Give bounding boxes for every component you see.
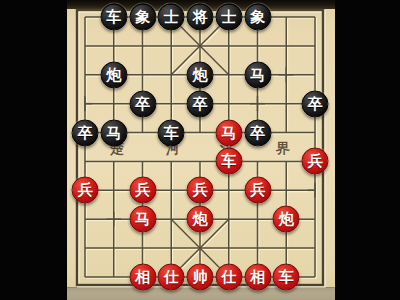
piece-black-cannon[interactable]: 炮 [100,61,127,88]
piece-red-cannon[interactable]: 炮 [273,206,300,233]
piece-black-chariot[interactable]: 车 [158,119,185,146]
piece-red-elephant[interactable]: 相 [129,263,156,290]
piece-black-horse[interactable]: 马 [100,119,127,146]
piece-red-soldier[interactable]: 兵 [302,148,329,175]
piece-red-chariot[interactable]: 车 [215,148,242,175]
piece-black-cannon[interactable]: 炮 [187,61,214,88]
piece-red-soldier[interactable]: 兵 [72,177,99,204]
piece-red-advisor[interactable]: 仕 [215,263,242,290]
piece-black-advisor[interactable]: 士 [215,4,242,31]
piece-red-general[interactable]: 帅 [187,263,214,290]
piece-black-soldier[interactable]: 卒 [187,90,214,117]
piece-black-chariot[interactable]: 车 [100,4,127,31]
piece-black-soldier[interactable]: 卒 [302,90,329,117]
piece-black-elephant[interactable]: 象 [244,4,271,31]
piece-black-general[interactable]: 将 [187,4,214,31]
piece-red-advisor[interactable]: 仕 [158,263,185,290]
screenshot-stage: 楚 河 汉 界 车象士将士象炮炮马卒卒卒卒马车马卒车兵兵兵兵兵马炮炮相仕帅仕相车 [0,0,400,300]
xiangqi-board: 楚 河 汉 界 车象士将士象炮炮马卒卒卒卒马车马卒车兵兵兵兵兵马炮炮相仕帅仕相车 [67,0,335,300]
piece-black-soldier[interactable]: 卒 [72,119,99,146]
piece-red-chariot[interactable]: 车 [273,263,300,290]
letterbox-right [335,0,400,300]
piece-red-soldier[interactable]: 兵 [187,177,214,204]
piece-red-horse[interactable]: 马 [215,119,242,146]
piece-red-elephant[interactable]: 相 [244,263,271,290]
letterbox-left [0,0,67,300]
pieces-layer: 车象士将士象炮炮马卒卒卒卒马车马卒车兵兵兵兵兵马炮炮相仕帅仕相车 [67,0,335,300]
piece-black-soldier[interactable]: 卒 [129,90,156,117]
piece-black-soldier[interactable]: 卒 [244,119,271,146]
piece-black-elephant[interactable]: 象 [129,4,156,31]
piece-red-horse[interactable]: 马 [129,206,156,233]
piece-red-cannon[interactable]: 炮 [187,206,214,233]
piece-black-advisor[interactable]: 士 [158,4,185,31]
piece-red-soldier[interactable]: 兵 [244,177,271,204]
piece-black-horse[interactable]: 马 [244,61,271,88]
piece-red-soldier[interactable]: 兵 [129,177,156,204]
